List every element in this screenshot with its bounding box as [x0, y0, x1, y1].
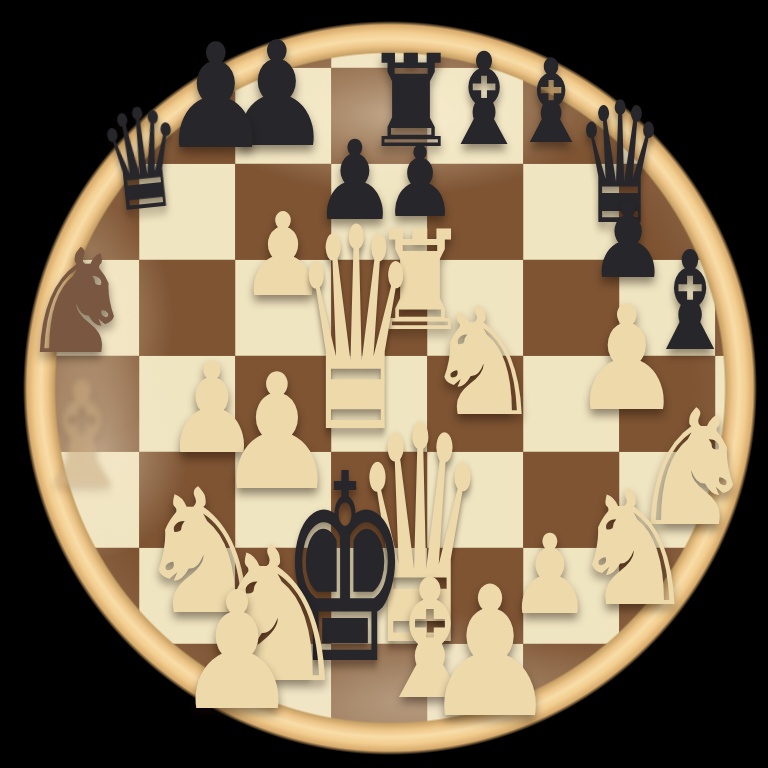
piece-white-pawn: ♟ [421, 563, 558, 743]
emoji-chess-image: ♛♟♟♜♝♝♛♟♟♟♝♚♞♟♛♜♞♟♝♟♟♛♞♞♟♝♟♟♞♞ [0, 0, 768, 768]
piece-black-queen: ♛ [93, 87, 192, 234]
piece-ghost-bishop: ♝ [26, 362, 138, 509]
pieces-layer: ♛♟♟♜♝♝♛♟♟♟♝♚♞♟♛♜♞♟♝♟♟♛♞♞♟♝♟♟♞♞ [0, 0, 768, 768]
piece-white-pawn: ♟ [175, 570, 299, 733]
